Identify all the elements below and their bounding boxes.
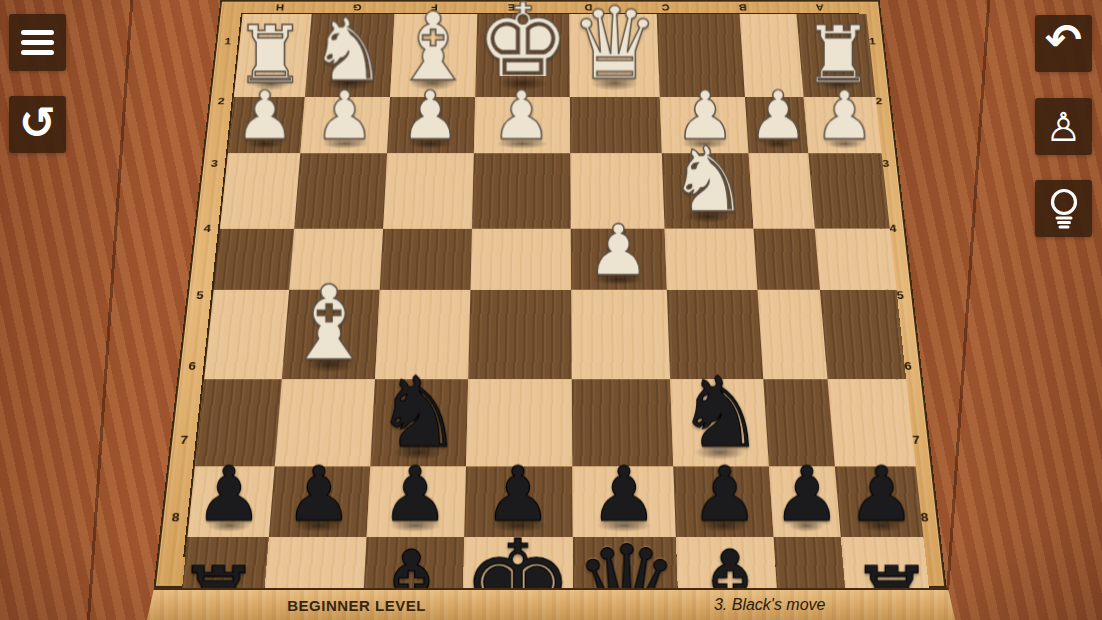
piece-wP-b2[interactable]: ♟ <box>748 83 808 150</box>
coord-label-G: G <box>273 557 367 586</box>
coord-label-E: E <box>473 2 550 13</box>
square-d1[interactable]: ♛ <box>569 14 659 97</box>
lightbulb-icon <box>1047 187 1081 231</box>
undo-button[interactable]: ↶ <box>1035 15 1092 72</box>
square-d4[interactable]: ♟ <box>571 229 667 290</box>
piece-wP-h2[interactable]: ♟ <box>235 83 295 150</box>
square-b5[interactable] <box>757 290 828 379</box>
board-frame: HGFEDCBA HGFEDCBA 12345678 12345678 ♜♞♝♚… <box>154 0 947 587</box>
square-b4[interactable] <box>753 229 820 290</box>
chess-app-screen: { "game": "chess", "position": { "fen": … <box>0 0 1102 620</box>
piece-wP-d4[interactable]: ♟ <box>587 216 650 286</box>
square-d5[interactable] <box>571 290 670 379</box>
piece-wB-g5[interactable]: ♝ <box>283 272 375 375</box>
square-a5[interactable] <box>820 290 906 379</box>
square-e5[interactable] <box>468 290 572 379</box>
square-g7[interactable]: ♟ <box>269 467 370 538</box>
square-d2[interactable] <box>570 97 662 153</box>
piece-wQ-d1[interactable]: ♛ <box>570 0 660 95</box>
coord-label-G: G <box>318 2 396 13</box>
rotate-board-button[interactable]: ↺ <box>9 96 66 153</box>
chess-board[interactable]: ♜♞♝♚♛♜♟♟♟♟♟♟♟♞♟♝♞♞♟♟♟♟♟♟♟♟♜♝♚♛♝♜ <box>183 13 916 557</box>
square-c4[interactable] <box>665 229 758 290</box>
square-a7[interactable]: ♟ <box>835 467 923 538</box>
square-h7[interactable]: ♟ <box>187 467 275 538</box>
coord-label-A: A <box>781 2 859 13</box>
board-scene: HGFEDCBA HGFEDCBA 12345678 12345678 ♜♞♝♚… <box>190 0 910 620</box>
coord-label-H: H <box>241 2 319 13</box>
square-g5[interactable]: ♝ <box>282 290 380 379</box>
piece-bP-g7[interactable]: ♟ <box>285 457 353 533</box>
rotate-ccw-icon: ↺ <box>19 101 56 145</box>
file-labels-top: HGFEDCBA <box>241 2 859 13</box>
move-indicator: 3. Black's move <box>714 596 826 614</box>
undo-arrow-icon: ↶ <box>1045 18 1082 62</box>
square-a4[interactable] <box>815 229 896 290</box>
square-h3[interactable] <box>220 153 301 229</box>
square-f2[interactable]: ♟ <box>387 97 475 153</box>
square-g2[interactable]: ♟ <box>301 97 390 153</box>
piece-wP-g2[interactable]: ♟ <box>314 83 374 150</box>
level-label: BEGINNER LEVEL <box>287 597 426 614</box>
board-front-edge: BEGINNER LEVEL 3. Black's move <box>146 588 956 620</box>
piece-bN-f6[interactable]: ♞ <box>375 365 462 462</box>
hamburger-icon <box>21 30 54 55</box>
piece-bP-b7[interactable]: ♟ <box>773 457 841 533</box>
square-e2[interactable]: ♟ <box>473 97 570 153</box>
square-h5[interactable] <box>204 290 289 379</box>
coord-label-B: B <box>704 2 782 13</box>
piece-bN-c6[interactable]: ♞ <box>677 365 764 462</box>
square-h2[interactable]: ♟ <box>228 97 305 153</box>
coord-label-C: C <box>627 2 705 13</box>
square-b2[interactable]: ♟ <box>745 97 809 153</box>
pawn-icon: ♙ <box>1046 107 1082 147</box>
piece-button[interactable]: ♙ <box>1035 98 1092 155</box>
square-f3[interactable] <box>383 153 473 229</box>
square-e4[interactable] <box>470 229 571 290</box>
piece-wP-a2[interactable]: ♟ <box>814 83 874 150</box>
piece-wN-c3[interactable]: ♞ <box>668 135 749 226</box>
square-f4[interactable] <box>380 229 472 290</box>
square-g3[interactable] <box>294 153 387 229</box>
piece-bP-h7[interactable]: ♟ <box>195 457 263 533</box>
square-c3[interactable]: ♞ <box>662 153 753 229</box>
menu-button[interactable] <box>9 14 66 71</box>
board-tilt: HGFEDCBA HGFEDCBA 12345678 12345678 ♜♞♝♚… <box>154 0 947 587</box>
piece-wP-f2[interactable]: ♟ <box>400 83 460 150</box>
piece-bP-c7[interactable]: ♟ <box>690 457 758 533</box>
piece-bP-f7[interactable]: ♟ <box>382 457 450 533</box>
coord-label-F: F <box>396 2 474 13</box>
square-e3[interactable] <box>472 153 571 229</box>
square-b3[interactable] <box>748 153 815 229</box>
hint-button[interactable] <box>1035 180 1092 237</box>
coord-label-D: D <box>550 2 627 13</box>
piece-wP-e2[interactable]: ♟ <box>492 83 552 150</box>
piece-bP-a7[interactable]: ♟ <box>847 457 915 533</box>
square-a2[interactable]: ♟ <box>804 97 881 153</box>
